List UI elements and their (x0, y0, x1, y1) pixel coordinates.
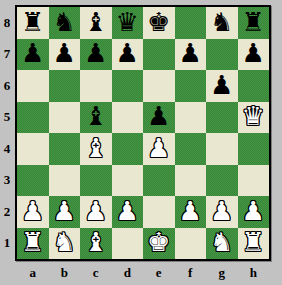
white-pawn[interactable]: ♟ (179, 198, 202, 224)
white-pawn[interactable]: ♟ (53, 198, 76, 224)
square-b2[interactable]: ♟ (49, 196, 81, 228)
square-c5[interactable]: ♝ (80, 102, 112, 134)
white-queen[interactable]: ♛ (242, 103, 265, 129)
square-f2[interactable]: ♟ (175, 196, 207, 228)
board-frame: ♜♞♝♛♚♞♜♟♟♟♟♟♟♟♝♟♛♝♟♟♟♟♟♟♟♟♜♞♝♚♞♜ (15, 5, 271, 261)
file-label-d: d (112, 265, 144, 281)
square-c7[interactable]: ♟ (80, 39, 112, 71)
white-pawn[interactable]: ♟ (84, 198, 107, 224)
black-queen[interactable]: ♛ (116, 9, 139, 35)
square-b7[interactable]: ♟ (49, 39, 81, 71)
file-label-e: e (143, 265, 175, 281)
white-pawn[interactable]: ♟ (21, 198, 44, 224)
white-pawn[interactable]: ♟ (210, 198, 233, 224)
square-h6[interactable] (238, 70, 270, 102)
square-f3[interactable] (175, 165, 207, 197)
black-pawn[interactable]: ♟ (53, 40, 76, 66)
square-e3[interactable] (143, 165, 175, 197)
square-h4[interactable] (238, 133, 270, 165)
square-h5[interactable]: ♛ (238, 102, 270, 134)
square-d5[interactable] (112, 102, 144, 134)
black-bishop[interactable]: ♝ (84, 9, 107, 35)
square-h3[interactable] (238, 165, 270, 197)
square-e4[interactable]: ♟ (143, 133, 175, 165)
black-pawn[interactable]: ♟ (147, 103, 170, 129)
square-e7[interactable] (143, 39, 175, 71)
square-g1[interactable]: ♞ (206, 228, 238, 260)
square-b5[interactable] (49, 102, 81, 134)
square-f1[interactable] (175, 228, 207, 260)
rank-label-5: 5 (0, 102, 14, 134)
square-e5[interactable]: ♟ (143, 102, 175, 134)
square-a4[interactable] (17, 133, 49, 165)
black-rook[interactable]: ♜ (21, 9, 44, 35)
square-d4[interactable] (112, 133, 144, 165)
square-c2[interactable]: ♟ (80, 196, 112, 228)
square-e6[interactable] (143, 70, 175, 102)
square-h2[interactable]: ♟ (238, 196, 270, 228)
square-a2[interactable]: ♟ (17, 196, 49, 228)
file-labels: abcdefgh (17, 261, 269, 285)
black-pawn[interactable]: ♟ (84, 40, 107, 66)
rank-label-1: 1 (0, 228, 14, 260)
square-g7[interactable] (206, 39, 238, 71)
white-bishop[interactable]: ♝ (84, 229, 107, 255)
rank-label-8: 8 (0, 7, 14, 39)
white-rook[interactable]: ♜ (21, 229, 44, 255)
square-g2[interactable]: ♟ (206, 196, 238, 228)
file-label-g: g (206, 265, 238, 281)
file-label-c: c (80, 265, 112, 281)
black-pawn[interactable]: ♟ (21, 40, 44, 66)
square-b4[interactable] (49, 133, 81, 165)
white-rook[interactable]: ♜ (242, 229, 265, 255)
square-c6[interactable] (80, 70, 112, 102)
square-h8[interactable]: ♜ (238, 7, 270, 39)
square-b3[interactable] (49, 165, 81, 197)
black-pawn[interactable]: ♟ (116, 40, 139, 66)
black-king[interactable]: ♚ (147, 9, 170, 35)
black-pawn[interactable]: ♟ (179, 40, 202, 66)
black-bishop[interactable]: ♝ (84, 103, 107, 129)
file-label-f: f (175, 265, 207, 281)
square-f5[interactable] (175, 102, 207, 134)
square-f6[interactable] (175, 70, 207, 102)
black-rook[interactable]: ♜ (242, 9, 265, 35)
square-b1[interactable]: ♞ (49, 228, 81, 260)
white-bishop[interactable]: ♝ (84, 135, 107, 161)
black-knight[interactable]: ♞ (53, 9, 76, 35)
square-d8[interactable]: ♛ (112, 7, 144, 39)
square-e8[interactable]: ♚ (143, 7, 175, 39)
square-a8[interactable]: ♜ (17, 7, 49, 39)
square-a5[interactable] (17, 102, 49, 134)
square-d7[interactable]: ♟ (112, 39, 144, 71)
white-pawn[interactable]: ♟ (116, 198, 139, 224)
square-g4[interactable] (206, 133, 238, 165)
white-knight[interactable]: ♞ (53, 229, 76, 255)
white-pawn[interactable]: ♟ (147, 135, 170, 161)
square-g3[interactable] (206, 165, 238, 197)
square-d3[interactable] (112, 165, 144, 197)
rank-label-2: 2 (0, 196, 14, 228)
rank-label-3: 3 (0, 165, 14, 197)
square-g5[interactable] (206, 102, 238, 134)
rank-labels: 87654321 (0, 7, 14, 259)
square-g8[interactable]: ♞ (206, 7, 238, 39)
file-label-a: a (17, 265, 49, 281)
square-a7[interactable]: ♟ (17, 39, 49, 71)
square-b8[interactable]: ♞ (49, 7, 81, 39)
square-e2[interactable] (143, 196, 175, 228)
square-f7[interactable]: ♟ (175, 39, 207, 71)
square-d2[interactable]: ♟ (112, 196, 144, 228)
rank-label-6: 6 (0, 70, 14, 102)
rank-label-4: 4 (0, 133, 14, 165)
rank-label-7: 7 (0, 39, 14, 71)
square-c4[interactable]: ♝ (80, 133, 112, 165)
white-knight[interactable]: ♞ (210, 229, 233, 255)
file-label-b: b (49, 265, 81, 281)
square-a3[interactable] (17, 165, 49, 197)
square-h7[interactable]: ♟ (238, 39, 270, 71)
white-pawn[interactable]: ♟ (242, 198, 265, 224)
square-a1[interactable]: ♜ (17, 228, 49, 260)
board: ♜♞♝♛♚♞♜♟♟♟♟♟♟♟♝♟♛♝♟♟♟♟♟♟♟♟♜♞♝♚♞♜ (17, 7, 269, 259)
black-pawn[interactable]: ♟ (242, 40, 265, 66)
square-e1[interactable]: ♚ (143, 228, 175, 260)
chess-app-window: 87654321 ♜♞♝♛♚♞♜♟♟♟♟♟♟♟♝♟♛♝♟♟♟♟♟♟♟♟♜♞♝♚♞… (0, 0, 282, 285)
square-f4[interactable] (175, 133, 207, 165)
square-a6[interactable] (17, 70, 49, 102)
square-d1[interactable] (112, 228, 144, 260)
file-label-h: h (238, 265, 270, 281)
square-c3[interactable] (80, 165, 112, 197)
square-b6[interactable] (49, 70, 81, 102)
square-c1[interactable]: ♝ (80, 228, 112, 260)
square-c8[interactable]: ♝ (80, 7, 112, 39)
square-g6[interactable]: ♟ (206, 70, 238, 102)
square-f8[interactable] (175, 7, 207, 39)
square-h1[interactable]: ♜ (238, 228, 270, 260)
square-d6[interactable] (112, 70, 144, 102)
black-knight[interactable]: ♞ (210, 9, 233, 35)
white-king[interactable]: ♚ (147, 229, 170, 255)
black-pawn[interactable]: ♟ (210, 72, 233, 98)
